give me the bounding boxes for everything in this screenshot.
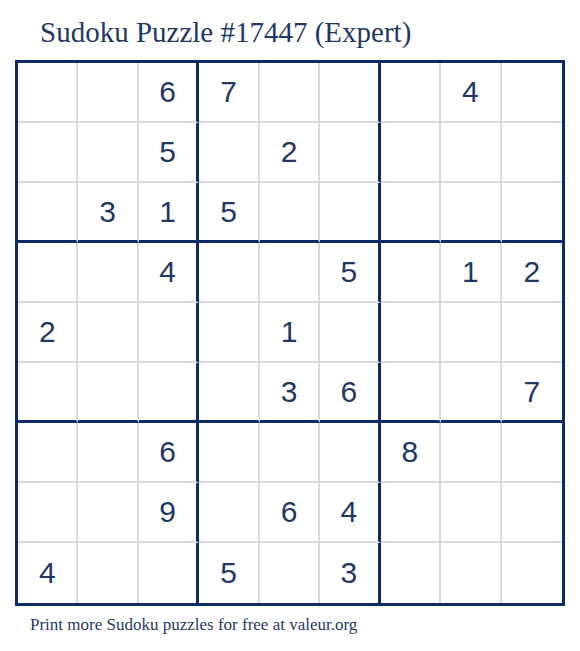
cell-r5c1[interactable]: 2 [18, 303, 78, 363]
cell-r8c4[interactable] [199, 483, 259, 543]
cell-r5c8[interactable] [441, 303, 501, 363]
cell-r9c6[interactable]: 3 [320, 543, 380, 603]
cell-r8c5[interactable]: 6 [260, 483, 320, 543]
cell-r5c7[interactable] [381, 303, 441, 363]
cell-r7c3[interactable]: 6 [139, 423, 199, 483]
cell-r7c1[interactable] [18, 423, 78, 483]
footer-note: Print more Sudoku puzzles for free at va… [30, 615, 357, 635]
cell-r9c1[interactable]: 4 [18, 543, 78, 603]
cell-r6c5[interactable]: 3 [260, 363, 320, 423]
cell-r3c5[interactable] [260, 183, 320, 243]
cell-r1c5[interactable] [260, 63, 320, 123]
cell-r2c3[interactable]: 5 [139, 123, 199, 183]
cell-r8c1[interactable] [18, 483, 78, 543]
cell-r4c7[interactable] [381, 243, 441, 303]
cell-r2c1[interactable] [18, 123, 78, 183]
cell-r2c4[interactable] [199, 123, 259, 183]
cell-r4c9[interactable]: 2 [502, 243, 562, 303]
cell-r4c3[interactable]: 4 [139, 243, 199, 303]
cell-r8c2[interactable] [78, 483, 138, 543]
cell-r5c6[interactable] [320, 303, 380, 363]
cell-r2c5[interactable]: 2 [260, 123, 320, 183]
cell-r7c5[interactable] [260, 423, 320, 483]
cell-r2c7[interactable] [381, 123, 441, 183]
cell-r1c9[interactable] [502, 63, 562, 123]
cell-r3c9[interactable] [502, 183, 562, 243]
cell-r9c7[interactable] [381, 543, 441, 603]
sudoku-page: Sudoku Puzzle #17447 (Expert) 6745231545… [0, 0, 580, 651]
cell-r7c4[interactable] [199, 423, 259, 483]
cell-r3c4[interactable]: 5 [199, 183, 259, 243]
cell-r4c5[interactable] [260, 243, 320, 303]
cell-r1c8[interactable]: 4 [441, 63, 501, 123]
cell-r2c6[interactable] [320, 123, 380, 183]
cell-r9c5[interactable] [260, 543, 320, 603]
cell-r2c9[interactable] [502, 123, 562, 183]
cell-r8c8[interactable] [441, 483, 501, 543]
cell-r3c2[interactable]: 3 [78, 183, 138, 243]
cell-r5c5[interactable]: 1 [260, 303, 320, 363]
cell-r6c1[interactable] [18, 363, 78, 423]
cell-r7c2[interactable] [78, 423, 138, 483]
cell-r2c2[interactable] [78, 123, 138, 183]
cell-r3c1[interactable] [18, 183, 78, 243]
cell-r3c6[interactable] [320, 183, 380, 243]
cell-r6c2[interactable] [78, 363, 138, 423]
cell-r1c2[interactable] [78, 63, 138, 123]
cell-r7c6[interactable] [320, 423, 380, 483]
cell-r5c9[interactable] [502, 303, 562, 363]
cell-r8c6[interactable]: 4 [320, 483, 380, 543]
cell-r9c4[interactable]: 5 [199, 543, 259, 603]
cell-r7c8[interactable] [441, 423, 501, 483]
cell-r8c3[interactable]: 9 [139, 483, 199, 543]
cell-r1c7[interactable] [381, 63, 441, 123]
cell-r9c9[interactable] [502, 543, 562, 603]
cell-r5c3[interactable] [139, 303, 199, 363]
cell-r1c3[interactable]: 6 [139, 63, 199, 123]
cell-r5c2[interactable] [78, 303, 138, 363]
cell-r7c7[interactable]: 8 [381, 423, 441, 483]
cell-r6c8[interactable] [441, 363, 501, 423]
cell-r7c9[interactable] [502, 423, 562, 483]
cell-r1c6[interactable] [320, 63, 380, 123]
cell-r6c4[interactable] [199, 363, 259, 423]
cell-r8c7[interactable] [381, 483, 441, 543]
cell-r9c8[interactable] [441, 543, 501, 603]
cell-r4c8[interactable]: 1 [441, 243, 501, 303]
cell-r4c1[interactable] [18, 243, 78, 303]
cell-r8c9[interactable] [502, 483, 562, 543]
cell-r3c7[interactable] [381, 183, 441, 243]
cell-r4c4[interactable] [199, 243, 259, 303]
sudoku-board: 6745231545122136768964453 [15, 60, 565, 606]
cell-r1c1[interactable] [18, 63, 78, 123]
cell-r5c4[interactable] [199, 303, 259, 363]
cell-r1c4[interactable]: 7 [199, 63, 259, 123]
cell-r6c3[interactable] [139, 363, 199, 423]
cell-r3c3[interactable]: 1 [139, 183, 199, 243]
cell-r4c2[interactable] [78, 243, 138, 303]
cell-r6c7[interactable] [381, 363, 441, 423]
cell-r6c6[interactable]: 6 [320, 363, 380, 423]
cell-r6c9[interactable]: 7 [502, 363, 562, 423]
page-title: Sudoku Puzzle #17447 (Expert) [40, 16, 411, 49]
cell-r3c8[interactable] [441, 183, 501, 243]
cell-r2c8[interactable] [441, 123, 501, 183]
cell-r4c6[interactable]: 5 [320, 243, 380, 303]
cell-r9c2[interactable] [78, 543, 138, 603]
cell-r9c3[interactable] [139, 543, 199, 603]
